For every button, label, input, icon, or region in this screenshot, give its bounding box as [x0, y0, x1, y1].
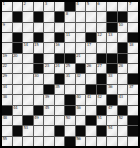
- clue-number: 28: [118, 64, 122, 68]
- clue-number: 49: [34, 116, 38, 120]
- clue-number: 25: [66, 64, 70, 68]
- white-cell[interactable]: 22: [2, 64, 12, 73]
- white-cell[interactable]: [44, 23, 54, 32]
- black-cell: [118, 54, 128, 63]
- white-cell[interactable]: [34, 2, 44, 11]
- white-cell[interactable]: [86, 54, 96, 63]
- white-cell[interactable]: 50: [65, 116, 75, 125]
- white-cell[interactable]: [76, 116, 86, 125]
- white-cell[interactable]: [13, 116, 23, 125]
- clue-number: 6: [97, 2, 99, 6]
- white-cell[interactable]: [34, 95, 44, 104]
- black-cell: [34, 12, 44, 21]
- white-cell[interactable]: [128, 54, 138, 63]
- white-cell[interactable]: 51: [97, 116, 107, 125]
- white-cell[interactable]: 5: [86, 2, 96, 11]
- white-cell[interactable]: [13, 74, 23, 83]
- clue-number: 7: [129, 2, 131, 6]
- white-cell[interactable]: [13, 23, 23, 32]
- white-cell[interactable]: 41: [86, 95, 96, 104]
- white-cell[interactable]: 11: [65, 33, 75, 42]
- white-cell[interactable]: [65, 23, 75, 32]
- clue-number: 36: [108, 85, 112, 89]
- clue-number: 55: [3, 137, 7, 141]
- white-cell[interactable]: [13, 2, 23, 11]
- clue-number: 50: [66, 116, 70, 120]
- black-cell: [118, 12, 128, 21]
- black-cell: [13, 126, 23, 135]
- black-cell: [76, 64, 86, 73]
- white-cell[interactable]: 15: [34, 43, 44, 52]
- white-cell[interactable]: 3: [44, 2, 54, 11]
- white-cell[interactable]: 8: [65, 12, 75, 21]
- black-cell: [128, 126, 138, 135]
- black-cell: [128, 116, 138, 125]
- black-cell: [107, 54, 117, 63]
- clue-number: 35: [55, 85, 59, 89]
- white-cell[interactable]: [128, 95, 138, 104]
- crossword-puzzle: 1234567891011121314151617181920212223242…: [0, 0, 140, 148]
- white-cell[interactable]: 13: [107, 33, 117, 42]
- white-cell[interactable]: [86, 12, 96, 21]
- clue-number: 21: [76, 54, 80, 58]
- black-cell: [128, 33, 138, 42]
- white-cell[interactable]: [2, 126, 12, 135]
- black-cell: [34, 106, 44, 115]
- black-cell: [44, 85, 54, 94]
- white-cell[interactable]: [97, 12, 107, 21]
- white-cell[interactable]: [44, 74, 54, 83]
- white-cell[interactable]: [13, 85, 23, 94]
- white-cell[interactable]: [76, 33, 86, 42]
- white-cell[interactable]: [34, 126, 44, 135]
- white-cell[interactable]: [2, 33, 12, 42]
- black-cell: [107, 12, 117, 21]
- white-cell[interactable]: [55, 106, 65, 115]
- clue-number: 30: [34, 74, 38, 78]
- clue-number: 27: [97, 64, 101, 68]
- clue-number: 15: [34, 43, 38, 47]
- black-cell: [13, 12, 23, 21]
- clue-number: 43: [118, 95, 122, 99]
- clue-number: 9: [3, 23, 5, 27]
- white-cell[interactable]: [107, 43, 117, 52]
- white-cell[interactable]: 56: [76, 137, 86, 146]
- white-cell[interactable]: [86, 106, 96, 115]
- white-cell[interactable]: [86, 137, 96, 146]
- white-cell[interactable]: 21: [76, 54, 86, 63]
- clue-number: 40: [76, 95, 80, 99]
- white-cell[interactable]: [44, 12, 54, 21]
- black-cell: [34, 33, 44, 42]
- clue-number: 5: [87, 2, 89, 6]
- clue-number: 8: [66, 12, 68, 16]
- black-cell: [97, 54, 107, 63]
- clue-number: 42: [97, 95, 101, 99]
- clue-number: 1: [3, 2, 5, 6]
- clue-number: 51: [97, 116, 101, 120]
- white-cell[interactable]: 43: [118, 95, 128, 104]
- white-cell[interactable]: 4: [76, 2, 86, 11]
- white-cell[interactable]: [76, 85, 86, 94]
- white-cell[interactable]: [23, 74, 33, 83]
- black-cell: [86, 116, 96, 125]
- clue-number: 22: [3, 64, 7, 68]
- white-cell[interactable]: [34, 137, 44, 146]
- black-cell: [2, 106, 12, 115]
- black-cell: [65, 95, 75, 104]
- white-cell[interactable]: [2, 43, 12, 52]
- clue-number: 39: [45, 95, 49, 99]
- white-cell[interactable]: [44, 126, 54, 135]
- white-cell[interactable]: [86, 23, 96, 32]
- clue-number: 3: [45, 2, 47, 6]
- clue-number: 23: [45, 64, 49, 68]
- clue-number: 20: [13, 54, 17, 58]
- white-cell[interactable]: [97, 43, 107, 52]
- clue-number: 16: [55, 43, 59, 47]
- white-cell[interactable]: [23, 23, 33, 32]
- white-cell[interactable]: [118, 74, 128, 83]
- black-cell: [97, 126, 107, 135]
- white-cell[interactable]: [107, 137, 117, 146]
- white-cell[interactable]: [55, 23, 65, 32]
- clue-number: 52: [118, 116, 122, 120]
- white-cell[interactable]: [128, 137, 138, 146]
- white-cell[interactable]: 48: [2, 116, 12, 125]
- white-cell[interactable]: 17: [86, 43, 96, 52]
- white-cell[interactable]: [23, 137, 33, 146]
- black-cell: [23, 116, 33, 125]
- white-cell[interactable]: 31: [65, 74, 75, 83]
- white-cell[interactable]: [128, 23, 138, 32]
- white-cell[interactable]: 32: [76, 74, 86, 83]
- clue-number: 26: [87, 64, 91, 68]
- black-cell: [107, 23, 117, 32]
- white-cell[interactable]: 28: [118, 64, 128, 73]
- white-cell[interactable]: 27: [97, 64, 107, 73]
- white-cell[interactable]: 40: [76, 95, 86, 104]
- white-cell[interactable]: [76, 43, 86, 52]
- white-cell[interactable]: [44, 43, 54, 52]
- white-cell[interactable]: [128, 106, 138, 115]
- black-cell: [55, 74, 65, 83]
- clue-number: 34: [3, 85, 7, 89]
- white-cell[interactable]: [118, 33, 128, 42]
- white-cell[interactable]: [107, 116, 117, 125]
- white-cell[interactable]: [86, 126, 96, 135]
- clue-number: 56: [76, 137, 80, 141]
- black-cell: [118, 43, 128, 52]
- white-cell[interactable]: [128, 12, 138, 21]
- white-cell[interactable]: [13, 137, 23, 146]
- white-cell[interactable]: 53: [23, 126, 33, 135]
- white-cell[interactable]: 46: [76, 106, 86, 115]
- white-cell[interactable]: [44, 33, 54, 42]
- white-cell[interactable]: 19: [2, 54, 12, 63]
- black-cell: [55, 54, 65, 63]
- white-cell[interactable]: [65, 126, 75, 135]
- black-cell: [55, 12, 65, 21]
- white-cell[interactable]: 55: [2, 137, 12, 146]
- clue-number: 38: [3, 95, 7, 99]
- white-cell[interactable]: 2: [23, 2, 33, 11]
- clue-number: 17: [87, 43, 91, 47]
- white-cell[interactable]: [34, 23, 44, 32]
- black-cell: [86, 85, 96, 94]
- white-cell[interactable]: [118, 137, 128, 146]
- clue-number: 47: [108, 106, 112, 110]
- white-cell[interactable]: [23, 54, 33, 63]
- white-cell[interactable]: 14: [23, 43, 33, 52]
- white-cell[interactable]: 42: [97, 95, 107, 104]
- clue-number: 37: [129, 85, 133, 89]
- white-cell[interactable]: 37: [128, 85, 138, 94]
- clue-number: 24: [55, 64, 59, 68]
- white-cell[interactable]: [13, 95, 23, 104]
- white-cell[interactable]: [118, 126, 128, 135]
- black-cell: [13, 33, 23, 42]
- white-cell[interactable]: 23: [44, 64, 54, 73]
- black-cell: [65, 54, 75, 63]
- white-cell[interactable]: 16: [55, 43, 65, 52]
- white-cell[interactable]: 38: [2, 95, 12, 104]
- black-cell: [107, 95, 117, 104]
- white-cell[interactable]: [76, 12, 86, 21]
- white-cell[interactable]: 49: [34, 116, 44, 125]
- white-cell[interactable]: [97, 23, 107, 32]
- white-cell[interactable]: 39: [44, 95, 54, 104]
- clue-number: 29: [3, 74, 7, 78]
- white-cell[interactable]: 6: [97, 2, 107, 11]
- white-cell[interactable]: [55, 95, 65, 104]
- white-cell[interactable]: [23, 106, 33, 115]
- white-cell[interactable]: 9: [2, 23, 12, 32]
- clue-number: 19: [3, 54, 7, 58]
- white-cell[interactable]: 7: [128, 2, 138, 11]
- white-cell[interactable]: 44: [13, 106, 23, 115]
- clue-number: 44: [13, 106, 17, 110]
- white-cell[interactable]: 10: [118, 23, 128, 32]
- white-cell[interactable]: [107, 2, 117, 11]
- white-cell[interactable]: [23, 33, 33, 42]
- white-cell[interactable]: 30: [34, 74, 44, 83]
- clue-number: 13: [108, 33, 112, 37]
- clue-number: 53: [24, 126, 28, 130]
- white-cell[interactable]: 33: [107, 74, 117, 83]
- black-cell: [97, 85, 107, 94]
- clue-number: 11: [66, 33, 70, 37]
- white-cell[interactable]: [118, 2, 128, 11]
- white-cell[interactable]: [128, 64, 138, 73]
- crossword-grid: 1234567891011121314151617181920212223242…: [1, 1, 139, 147]
- clue-number: 48: [3, 116, 7, 120]
- black-cell: [55, 33, 65, 42]
- white-cell[interactable]: 24: [55, 64, 65, 73]
- white-cell[interactable]: [23, 12, 33, 21]
- white-cell[interactable]: [23, 85, 33, 94]
- white-cell[interactable]: 1: [2, 2, 12, 11]
- white-cell[interactable]: 26: [86, 64, 96, 73]
- white-cell[interactable]: [86, 74, 96, 83]
- clue-number: 12: [97, 33, 101, 37]
- white-cell[interactable]: [23, 95, 33, 104]
- clue-number: 41: [87, 95, 91, 99]
- white-cell[interactable]: 18: [128, 43, 138, 52]
- black-cell: [97, 74, 107, 83]
- white-cell[interactable]: 45: [44, 106, 54, 115]
- white-cell[interactable]: [44, 137, 54, 146]
- black-cell: [65, 2, 75, 11]
- white-cell[interactable]: [23, 64, 33, 73]
- black-cell: [107, 64, 117, 73]
- clue-number: 4: [76, 2, 78, 6]
- white-cell[interactable]: 54: [107, 126, 117, 135]
- white-cell[interactable]: [34, 85, 44, 94]
- black-cell: [13, 43, 23, 52]
- clue-number: 45: [45, 106, 49, 110]
- clue-number: 32: [76, 74, 80, 78]
- clue-number: 18: [129, 43, 133, 47]
- white-cell[interactable]: 12: [97, 33, 107, 42]
- white-cell[interactable]: [44, 116, 54, 125]
- white-cell[interactable]: 34: [2, 85, 12, 94]
- black-cell: [34, 54, 44, 63]
- white-cell[interactable]: [55, 137, 65, 146]
- white-cell[interactable]: [2, 12, 12, 21]
- white-cell[interactable]: [118, 85, 128, 94]
- white-cell[interactable]: 52: [118, 116, 128, 125]
- clue-number: 2: [24, 2, 26, 6]
- white-cell[interactable]: 36: [107, 85, 117, 94]
- black-cell: [76, 126, 86, 135]
- white-cell[interactable]: 25: [65, 64, 75, 73]
- clue-number: 54: [108, 126, 112, 130]
- white-cell[interactable]: 20: [13, 54, 23, 63]
- clue-number: 31: [66, 74, 70, 78]
- white-cell[interactable]: 35: [55, 85, 65, 94]
- white-cell[interactable]: [55, 116, 65, 125]
- white-cell[interactable]: [55, 2, 65, 11]
- white-cell[interactable]: [97, 137, 107, 146]
- white-cell[interactable]: 47: [107, 106, 117, 115]
- white-cell[interactable]: [44, 54, 54, 63]
- black-cell: [55, 126, 65, 135]
- black-cell: [128, 74, 138, 83]
- black-cell: [97, 106, 107, 115]
- clue-number: 14: [24, 43, 28, 47]
- black-cell: [34, 64, 44, 73]
- black-cell: [118, 106, 128, 115]
- clue-number: 10: [118, 23, 122, 27]
- clue-number: 46: [76, 106, 80, 110]
- black-cell: [86, 33, 96, 42]
- white-cell[interactable]: [65, 85, 75, 94]
- white-cell[interactable]: [65, 43, 75, 52]
- black-cell: [65, 106, 75, 115]
- white-cell[interactable]: 29: [2, 74, 12, 83]
- clue-number: 33: [108, 74, 112, 78]
- white-cell[interactable]: [76, 23, 86, 32]
- white-cell[interactable]: [13, 64, 23, 73]
- black-cell: [65, 137, 75, 146]
